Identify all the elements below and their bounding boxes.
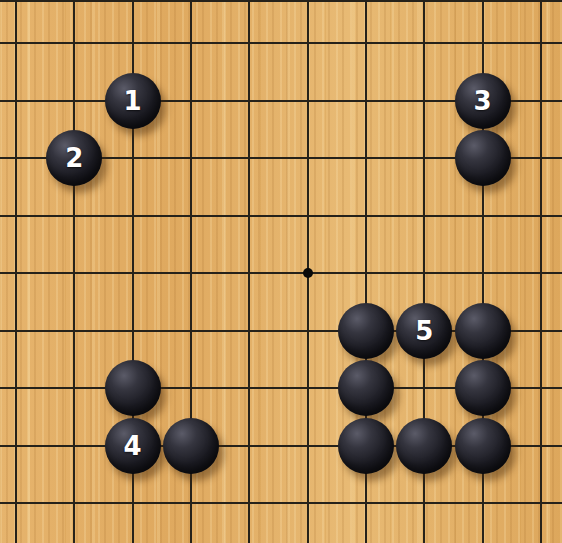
intersection-c8r7[interactable] <box>395 359 453 417</box>
intersection-c1r3[interactable] <box>0 129 45 187</box>
intersection-c5r1[interactable] <box>220 14 278 72</box>
intersection-c10r3[interactable] <box>512 129 562 187</box>
black-stone <box>105 360 161 416</box>
intersection-c7r3[interactable] <box>337 129 395 187</box>
intersection-c8r3[interactable] <box>395 129 453 187</box>
intersection-c1r2[interactable] <box>0 72 45 130</box>
intersection-c8r5[interactable] <box>395 244 453 302</box>
intersection-c2r4[interactable] <box>45 187 103 245</box>
intersection-c2r5[interactable] <box>45 244 103 302</box>
intersection-c3r9[interactable] <box>103 474 161 532</box>
intersection-c7r5[interactable] <box>337 244 395 302</box>
intersection-c6r4[interactable] <box>278 187 336 245</box>
intersection-c10r5[interactable] <box>512 244 562 302</box>
black-stone <box>455 418 511 474</box>
intersection-c10r8[interactable] <box>512 417 562 475</box>
intersection-c4r7[interactable] <box>162 359 220 417</box>
black-stone <box>338 303 394 359</box>
intersection-c2r1[interactable] <box>45 14 103 72</box>
stone-move-number: 4 <box>124 433 142 459</box>
intersection-c7r9[interactable] <box>337 474 395 532</box>
intersection-c10r7[interactable] <box>512 359 562 417</box>
intersection-c5r3[interactable] <box>220 129 278 187</box>
go-board[interactable]: 12345 <box>0 0 562 543</box>
black-stone-move-4: 4 <box>105 418 161 474</box>
intersection-c6r9[interactable] <box>278 474 336 532</box>
intersection-c6r2[interactable] <box>278 72 336 130</box>
intersection-c5r6[interactable] <box>220 302 278 360</box>
black-stone <box>163 418 219 474</box>
intersection-c5r9[interactable] <box>220 474 278 532</box>
intersection-c3r5[interactable] <box>103 244 161 302</box>
intersection-c1r4[interactable] <box>0 187 45 245</box>
black-stone <box>455 130 511 186</box>
intersection-c7r4[interactable] <box>337 187 395 245</box>
intersection-c10r9[interactable] <box>512 474 562 532</box>
intersection-c4r5[interactable] <box>162 244 220 302</box>
intersection-c4r4[interactable] <box>162 187 220 245</box>
intersection-c5r5[interactable] <box>220 244 278 302</box>
stone-move-number: 3 <box>474 88 492 114</box>
intersection-c4r2[interactable] <box>162 72 220 130</box>
intersection-c8r1[interactable] <box>395 14 453 72</box>
intersection-c6r1[interactable] <box>278 14 336 72</box>
intersection-c7r2[interactable] <box>337 72 395 130</box>
intersection-c6r6[interactable] <box>278 302 336 360</box>
intersection-c9r5[interactable] <box>453 244 511 302</box>
intersection-c2r7[interactable] <box>45 359 103 417</box>
intersection-c8r9[interactable] <box>395 474 453 532</box>
intersection-c1r6[interactable] <box>0 302 45 360</box>
intersection-c4r6[interactable] <box>162 302 220 360</box>
intersection-c8r2[interactable] <box>395 72 453 130</box>
black-stone <box>338 418 394 474</box>
intersection-c3r4[interactable] <box>103 187 161 245</box>
intersection-c9r1[interactable] <box>453 14 511 72</box>
intersection-c2r9[interactable] <box>45 474 103 532</box>
intersection-c5r8[interactable] <box>220 417 278 475</box>
intersection-c4r9[interactable] <box>162 474 220 532</box>
intersection-c10r4[interactable] <box>512 187 562 245</box>
intersection-c4r3[interactable] <box>162 129 220 187</box>
intersection-c1r7[interactable] <box>0 359 45 417</box>
intersection-c6r7[interactable] <box>278 359 336 417</box>
intersection-c9r4[interactable] <box>453 187 511 245</box>
intersection-c1r5[interactable] <box>0 244 45 302</box>
black-stone <box>396 418 452 474</box>
black-stone <box>338 360 394 416</box>
stone-move-number: 5 <box>415 318 433 344</box>
intersection-c3r6[interactable] <box>103 302 161 360</box>
intersection-c5r2[interactable] <box>220 72 278 130</box>
intersection-c9r9[interactable] <box>453 474 511 532</box>
intersection-c6r8[interactable] <box>278 417 336 475</box>
black-stone <box>455 303 511 359</box>
stone-move-number: 2 <box>65 145 83 171</box>
intersection-c10r6[interactable] <box>512 302 562 360</box>
grid-line-top-crop <box>0 0 562 2</box>
intersection-c5r4[interactable] <box>220 187 278 245</box>
black-stone-move-5: 5 <box>396 303 452 359</box>
black-stone-move-2: 2 <box>46 130 102 186</box>
intersection-c1r8[interactable] <box>0 417 45 475</box>
intersection-c1r1[interactable] <box>0 14 45 72</box>
intersection-c2r6[interactable] <box>45 302 103 360</box>
intersection-c1r9[interactable] <box>0 474 45 532</box>
intersection-c5r7[interactable] <box>220 359 278 417</box>
intersection-c8r4[interactable] <box>395 187 453 245</box>
intersection-c2r8[interactable] <box>45 417 103 475</box>
stone-move-number: 1 <box>124 88 142 114</box>
black-stone <box>455 360 511 416</box>
intersection-c3r1[interactable] <box>103 14 161 72</box>
intersection-c10r1[interactable] <box>512 14 562 72</box>
black-stone-move-1: 1 <box>105 73 161 129</box>
intersection-c7r1[interactable] <box>337 14 395 72</box>
intersection-c10r2[interactable] <box>512 72 562 130</box>
black-stone-move-3: 3 <box>455 73 511 129</box>
intersection-c2r2[interactable] <box>45 72 103 130</box>
intersection-c3r3[interactable] <box>103 129 161 187</box>
intersection-c4r1[interactable] <box>162 14 220 72</box>
intersection-c6r3[interactable] <box>278 129 336 187</box>
intersection-c6r5[interactable] <box>278 244 336 302</box>
